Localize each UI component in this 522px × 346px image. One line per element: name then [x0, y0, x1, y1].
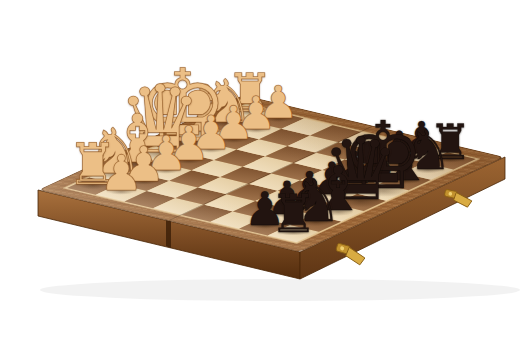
- board-drop-shadow: [40, 279, 520, 301]
- chess-set-photo: ♜♟♞♟♝♟♚♟♟♛♜♟♟♝♞♟♟♞♝♟♟♜♚♟♟♛♟♝♟♞♟♜: [0, 0, 522, 346]
- fold-seam-edge: [166, 220, 171, 248]
